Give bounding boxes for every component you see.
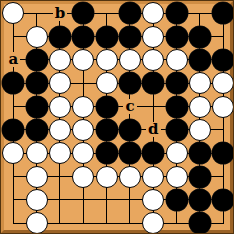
board-point-c4-r1[interactable] [72,2,95,25]
board-point-c5-r5[interactable] [95,95,118,118]
board-point-c10-r10[interactable] [212,212,234,234]
board-point-c6-r9[interactable] [118,188,141,211]
board-point-c10-r4[interactable] [212,72,234,95]
board-point-c4-r2[interactable] [72,25,95,48]
white-stone [2,142,24,164]
board-point-c2-r3[interactable] [25,48,48,71]
board-point-c8-r7[interactable] [165,142,188,165]
black-stone [166,72,188,94]
white-stone [72,49,94,71]
white-stone [72,166,94,188]
board-point-c8-r5[interactable] [165,95,188,118]
white-stone [26,166,48,188]
board-point-c9-r1[interactable] [188,2,211,25]
board-point-c4-r8[interactable] [72,165,95,188]
board-point-c9-r4[interactable] [188,72,211,95]
white-stone [166,49,188,71]
black-stone [142,142,164,164]
board-point-c2-r7[interactable] [25,142,48,165]
board-point-c1-r6[interactable] [2,118,25,141]
black-stone [166,96,188,118]
white-stone [142,212,164,234]
board-point-c2-r9[interactable] [25,188,48,211]
board-point-c2-r8[interactable] [25,165,48,188]
board-point-c9-r5[interactable] [188,95,211,118]
board-point-c7-r8[interactable] [142,165,165,188]
black-stone [96,26,118,48]
black-stone [72,26,94,48]
board-point-c10-r8[interactable] [212,165,234,188]
board-point-c4-r7[interactable] [72,142,95,165]
board-point-c3-r9[interactable] [48,188,71,211]
board-point-c4-r5[interactable] [72,95,95,118]
white-stone [49,119,71,141]
board-point-c5-r9[interactable] [95,188,118,211]
go-board: bacd [1,1,233,233]
board-point-c4-r9[interactable] [72,188,95,211]
board-point-c1-r9[interactable] [2,188,25,211]
black-stone [96,142,118,164]
white-stone [96,72,118,94]
white-stone [212,72,234,94]
black-stone [212,2,234,24]
white-stone [142,26,164,48]
board-point-c10-r6[interactable] [212,118,234,141]
white-stone [212,96,234,118]
white-stone [72,142,94,164]
white-stone [49,96,71,118]
white-stone [142,166,164,188]
black-stone [96,96,118,118]
board-point-c6-r5[interactable]: c [118,95,141,118]
white-stone [119,49,141,71]
board-point-c1-r4[interactable] [2,72,25,95]
board-point-c9-r8[interactable] [188,165,211,188]
black-stone [119,142,141,164]
board-point-c5-r4[interactable] [95,72,118,95]
board-point-c7-r10[interactable] [142,212,165,234]
black-stone [166,26,188,48]
black-stone [2,119,24,141]
board-point-c1-r8[interactable] [2,165,25,188]
board-point-c3-r5[interactable] [48,95,71,118]
board-point-c5-r7[interactable] [95,142,118,165]
board-point-c3-r7[interactable] [48,142,71,165]
black-stone [189,142,211,164]
white-stone [26,189,48,211]
board-point-c7-r7[interactable] [142,142,165,165]
black-stone [72,2,94,24]
black-stone [212,49,234,71]
board-point-c6-r1[interactable] [118,2,141,25]
board-point-c7-r6[interactable]: d [142,118,165,141]
board-point-c5-r6[interactable] [95,118,118,141]
board-point-c9-r3[interactable] [188,48,211,71]
board-point-c8-r10[interactable] [165,212,188,234]
black-stone [49,26,71,48]
black-stone [26,119,48,141]
black-stone [119,72,141,94]
board-point-c1-r7[interactable] [2,142,25,165]
black-stone [119,119,141,141]
board-point-c9-r9[interactable] [188,188,211,211]
board-point-c8-r8[interactable] [165,165,188,188]
board-point-c2-r5[interactable] [25,95,48,118]
white-stone [26,212,48,234]
board-point-c3-r10[interactable] [48,212,71,234]
board-point-c1-r1[interactable] [2,2,25,25]
black-stone [26,49,48,71]
board-layer: bacd [0,0,234,234]
white-stone [96,166,118,188]
board-point-c1-r10[interactable] [2,212,25,234]
board-point-c5-r2[interactable] [95,25,118,48]
black-stone [119,2,141,24]
white-stone [189,72,211,94]
board-point-c8-r3[interactable] [165,48,188,71]
board-point-c3-r1[interactable]: b [48,2,71,25]
board-point-c2-r1[interactable] [25,2,48,25]
board-point-c9-r7[interactable] [188,142,211,165]
point-label-a: a [6,52,20,67]
board-point-c6-r10[interactable] [118,212,141,234]
board-point-c3-r4[interactable] [48,72,71,95]
go-board-frame: bacd [0,0,234,234]
white-stone [142,49,164,71]
board-point-c5-r3[interactable] [95,48,118,71]
board-point-c5-r8[interactable] [95,165,118,188]
white-stone [26,142,48,164]
black-stone [2,72,24,94]
board-point-c2-r6[interactable] [25,118,48,141]
board-point-c8-r6[interactable] [165,118,188,141]
board-point-c6-r4[interactable] [118,72,141,95]
board-point-c4-r6[interactable] [72,118,95,141]
point-label-b: b [53,6,68,21]
board-point-c6-r6[interactable] [118,118,141,141]
board-point-c4-r3[interactable] [72,48,95,71]
board-point-c7-r4[interactable] [142,72,165,95]
board-point-c7-r9[interactable] [142,188,165,211]
white-stone [166,142,188,164]
board-point-c8-r2[interactable] [165,25,188,48]
black-stone [189,166,211,188]
white-stone [96,49,118,71]
black-stone [26,72,48,94]
board-point-c10-r3[interactable] [212,48,234,71]
board-point-c2-r2[interactable] [25,25,48,48]
board-point-c10-r2[interactable] [212,25,234,48]
black-stone [142,72,164,94]
board-point-c8-r1[interactable] [165,2,188,25]
white-stone [49,49,71,71]
black-stone [166,189,188,211]
black-stone [166,119,188,141]
black-stone [166,2,188,24]
board-point-c9-r2[interactable] [188,25,211,48]
white-stone [142,189,164,211]
black-stone [189,26,211,48]
black-stone [189,189,211,211]
white-stone [166,166,188,188]
board-point-c3-r3[interactable] [48,48,71,71]
point-label-c: c [123,99,136,114]
board-point-c6-r2[interactable] [118,25,141,48]
board-point-c5-r1[interactable] [95,2,118,25]
board-point-c6-r8[interactable] [118,165,141,188]
white-stone [26,26,48,48]
board-point-c3-r2[interactable] [48,25,71,48]
board-point-c4-r10[interactable] [72,212,95,234]
board-point-c10-r1[interactable] [212,2,234,25]
board-point-c7-r1[interactable] [142,2,165,25]
board-point-c1-r2[interactable] [2,25,25,48]
board-point-c9-r6[interactable] [188,118,211,141]
board-point-c6-r3[interactable] [118,48,141,71]
black-stone [212,189,234,211]
board-point-c10-r7[interactable] [212,142,234,165]
board-point-c2-r4[interactable] [25,72,48,95]
board-point-c7-r3[interactable] [142,48,165,71]
board-point-c2-r10[interactable] [25,212,48,234]
board-point-c3-r8[interactable] [48,165,71,188]
point-label-d: d [146,122,161,137]
white-stone [49,72,71,94]
board-point-c9-r10[interactable] [188,212,211,234]
board-point-c10-r5[interactable] [212,95,234,118]
white-stone [189,119,211,141]
white-stone [72,96,94,118]
board-point-c1-r3[interactable]: a [2,48,25,71]
board-point-c5-r10[interactable] [95,212,118,234]
board-point-c8-r9[interactable] [165,188,188,211]
black-stone [189,49,211,71]
board-point-c7-r5[interactable] [142,95,165,118]
black-stone [119,26,141,48]
board-point-c10-r9[interactable] [212,188,234,211]
white-stone [142,2,164,24]
black-stone [212,142,234,164]
black-stone [26,96,48,118]
white-stone [72,119,94,141]
white-stone [189,96,211,118]
white-stone [119,166,141,188]
board-point-c1-r5[interactable] [2,95,25,118]
black-stone [96,119,118,141]
white-stone [49,142,71,164]
board-point-c3-r6[interactable] [48,118,71,141]
white-stone [2,2,24,24]
board-point-c8-r4[interactable] [165,72,188,95]
board-point-c6-r7[interactable] [118,142,141,165]
board-point-c4-r4[interactable] [72,72,95,95]
board-point-c7-r2[interactable] [142,25,165,48]
black-stone [189,212,211,234]
